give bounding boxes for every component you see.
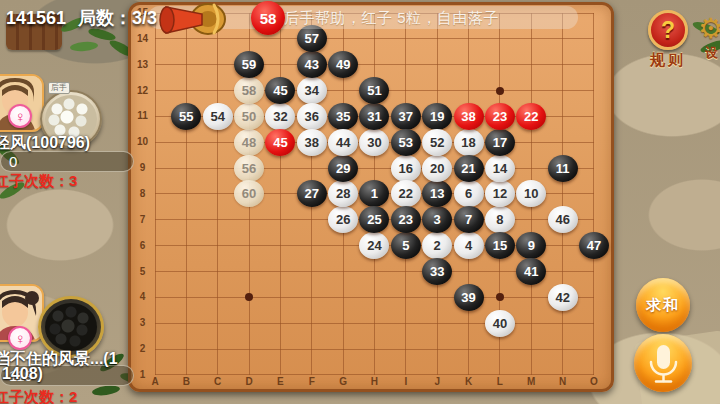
stone-D12: 58 <box>234 77 264 104</box>
top-player-score-bar: 0 <box>0 151 134 172</box>
microphone-icon <box>634 334 692 392</box>
column-label-L: L <box>492 376 508 387</box>
star-point-L4 <box>496 293 504 301</box>
row-label-7: 7 <box>134 214 151 225</box>
stone-H6: 24 <box>359 232 389 259</box>
bottom-player-red-count: 红子次数：2 <box>0 388 77 404</box>
column-label-G: G <box>335 376 351 387</box>
female-icon: ♀ <box>8 326 32 350</box>
column-label-M: M <box>523 376 539 387</box>
rules-button-label: 规则 <box>642 51 694 70</box>
stone-C11: 54 <box>203 103 233 130</box>
stone-F8: 27 <box>297 180 327 207</box>
bottom-player-name-line2: 1408) <box>2 365 43 383</box>
side-tag: 后手 <box>48 82 70 94</box>
stone-G13: 49 <box>328 51 358 78</box>
row-label-2: 2 <box>134 343 151 354</box>
column-label-E: E <box>272 376 288 387</box>
row-label-11: 11 <box>134 110 151 121</box>
stone-H10: 30 <box>359 129 389 156</box>
row-label-3: 3 <box>134 317 151 328</box>
stone-I11: 37 <box>391 103 421 130</box>
stone-H11: 31 <box>359 103 389 130</box>
voice-chat-button[interactable] <box>634 334 692 392</box>
column-label-A: A <box>147 376 163 387</box>
game-screen: { "game": "gomoku (五子棋) 15x15", "header"… <box>0 0 720 404</box>
stone-L8: 12 <box>485 180 515 207</box>
column-label-F: F <box>304 376 320 387</box>
stone-L11: 23 <box>485 103 515 130</box>
stone-K9: 21 <box>454 155 484 182</box>
grid-line <box>155 297 594 298</box>
stone-G9: 29 <box>328 155 358 182</box>
female-icon: ♀ <box>8 104 32 128</box>
plant-leaf <box>92 384 121 397</box>
stone-O6: 47 <box>579 232 609 259</box>
row-label-14: 14 <box>134 33 151 44</box>
stone-K6: 4 <box>454 232 484 259</box>
black-stones <box>45 303 97 351</box>
stone-H7: 25 <box>359 206 389 233</box>
stone-J8: 13 <box>422 180 452 207</box>
row-label-5: 5 <box>134 266 151 277</box>
stone-M11: 22 <box>516 103 546 130</box>
stone-F12: 34 <box>297 77 327 104</box>
column-label-K: K <box>461 376 477 387</box>
grid-line <box>562 13 563 375</box>
stone-N9: 11 <box>548 155 578 182</box>
question-icon: ? <box>661 17 675 44</box>
stone-K8: 6 <box>454 180 484 207</box>
plant-leaf <box>70 41 99 52</box>
stone-K7: 7 <box>454 206 484 233</box>
grid-line <box>593 13 594 375</box>
row-label-9: 9 <box>134 162 151 173</box>
move-timer-badge: 58 <box>251 1 285 35</box>
column-label-J: J <box>429 376 445 387</box>
stone-G10: 44 <box>328 129 358 156</box>
stone-I8: 22 <box>391 180 421 207</box>
stone-J10: 52 <box>422 129 452 156</box>
draw-button-label: 求和 <box>646 296 680 315</box>
stone-M6: 9 <box>516 232 546 259</box>
stone-H12: 51 <box>359 77 389 104</box>
grid-line <box>155 349 594 350</box>
star-point-D4 <box>245 293 253 301</box>
stone-F14: 57 <box>297 25 327 52</box>
column-label-H: H <box>366 376 382 387</box>
column-label-B: B <box>178 376 194 387</box>
star-point-L12 <box>496 87 504 95</box>
stone-G11: 35 <box>328 103 358 130</box>
stone-G7: 26 <box>328 206 358 233</box>
stone-J7: 3 <box>422 206 452 233</box>
gear-icon[interactable]: ⚙ <box>698 12 720 45</box>
row-label-13: 13 <box>134 59 151 70</box>
top-player-score: 0 <box>9 153 17 170</box>
offer-draw-button[interactable]: 求和 <box>636 278 690 332</box>
top-player-red-count: 红子次数：3 <box>0 172 77 191</box>
stone-K4: 39 <box>454 284 484 311</box>
stone-N7: 46 <box>548 206 578 233</box>
row-label-4: 4 <box>134 291 151 302</box>
grid-line <box>155 323 594 324</box>
settings-label: 设 <box>705 44 718 62</box>
room-id: 141561 <box>6 8 66 28</box>
column-label-I: I <box>398 376 414 387</box>
row-label-12: 12 <box>134 85 151 96</box>
stone-G8: 28 <box>328 180 358 207</box>
stone-D9: 56 <box>234 155 264 182</box>
stone-L6: 15 <box>485 232 515 259</box>
stone-F11: 36 <box>297 103 327 130</box>
column-label-C: C <box>210 376 226 387</box>
gomoku-board[interactable]: 151413121110987654321ABCDEFGHIJKLMNO1234… <box>128 2 614 392</box>
stone-N4: 42 <box>548 284 578 311</box>
stone-L9: 14 <box>485 155 515 182</box>
stone-L3: 40 <box>485 310 515 337</box>
stone-F13: 43 <box>297 51 327 78</box>
stone-L7: 8 <box>485 206 515 233</box>
stone-F10: 38 <box>297 129 327 156</box>
stone-E10: 45 <box>265 129 295 156</box>
stone-H8: 1 <box>359 180 389 207</box>
stone-E12: 45 <box>265 77 295 104</box>
stone-J11: 19 <box>422 103 452 130</box>
column-label-O: O <box>586 376 602 387</box>
top-player-name: 轻风(100796) <box>0 133 90 154</box>
column-label-N: N <box>555 376 571 387</box>
round-counter: 局数：3/3 <box>78 8 157 28</box>
megaphone-icon <box>158 0 228 39</box>
column-label-D: D <box>241 376 257 387</box>
stone-I7: 23 <box>391 206 421 233</box>
stone-D11: 50 <box>234 103 264 130</box>
stone-I9: 16 <box>391 155 421 182</box>
stone-J5: 33 <box>422 258 452 285</box>
stone-J6: 2 <box>422 232 452 259</box>
row-label-10: 10 <box>134 136 151 147</box>
stone-K11: 38 <box>454 103 484 130</box>
stone-L10: 17 <box>485 129 515 156</box>
stone-I6: 5 <box>391 232 421 259</box>
stone-K10: 18 <box>454 129 484 156</box>
stone-J9: 20 <box>422 155 452 182</box>
row-label-8: 8 <box>134 188 151 199</box>
stone-B11: 55 <box>171 103 201 130</box>
stone-M8: 10 <box>516 180 546 207</box>
stone-D10: 48 <box>234 129 264 156</box>
stone-I10: 53 <box>391 129 421 156</box>
stone-D13: 59 <box>234 51 264 78</box>
stone-M5: 41 <box>516 258 546 285</box>
stone-E11: 32 <box>265 103 295 130</box>
room-round-info: 141561局数：3/3 <box>6 6 157 30</box>
stone-D8: 60 <box>234 180 264 207</box>
row-label-6: 6 <box>134 240 151 251</box>
rules-button[interactable]: ? <box>648 10 688 50</box>
